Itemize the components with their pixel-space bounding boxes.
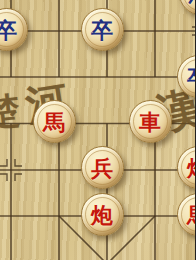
piece-red-chariot-f5[interactable]: 車 [129, 100, 172, 143]
black-horse-glyph: 馬 [180, 0, 196, 14]
piece-red-horse-d5[interactable]: 馬 [33, 100, 76, 143]
red-chariot-glyph: 車 [130, 101, 171, 142]
black-soldier-glyph: 卒 [82, 9, 123, 50]
piece-red-horse-g3[interactable]: 馬 [177, 193, 196, 236]
piece-red-cannon-e3[interactable]: 炮 [81, 193, 124, 236]
black-soldier-glyph: 卒 [178, 56, 196, 97]
piece-red-cannon-g4[interactable]: 炮 [177, 146, 196, 189]
piece-black-soldier-c7[interactable]: 卒 [0, 8, 28, 51]
piece-black-soldier-g6[interactable]: 卒 [177, 55, 196, 98]
xiangqi-board[interactable]: 楚河漢卒卒馬卒馬車兵炮炮馬 [0, 0, 195, 260]
red-soldier-glyph: 兵 [82, 147, 123, 188]
red-cannon-glyph: 炮 [178, 147, 196, 188]
piece-black-horse-g8[interactable]: 馬 [179, 0, 196, 15]
red-horse-glyph: 馬 [178, 194, 196, 235]
black-soldier-glyph: 卒 [0, 9, 27, 50]
red-cannon-glyph: 炮 [82, 194, 123, 235]
piece-red-soldier-e4[interactable]: 兵 [81, 146, 124, 189]
piece-black-soldier-e7[interactable]: 卒 [81, 8, 124, 51]
red-horse-glyph: 馬 [34, 101, 75, 142]
